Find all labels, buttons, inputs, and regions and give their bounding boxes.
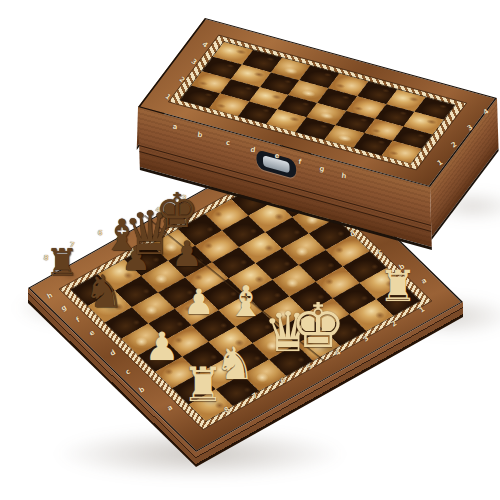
piece-white-rook-a1[interactable]: ♜ bbox=[379, 265, 418, 308]
coord-label-h: h bbox=[341, 172, 347, 180]
piece-white-king-a4[interactable]: ♚ bbox=[290, 295, 346, 357]
piece-white-pawn-d6[interactable]: ♟ bbox=[183, 285, 214, 320]
coord-label-a: a bbox=[172, 123, 178, 131]
piece-white-pawn-c8[interactable]: ♟ bbox=[145, 327, 180, 366]
coord-label-e: e bbox=[274, 152, 280, 160]
piece-black-king-h4[interactable]: ♚ bbox=[155, 186, 198, 234]
piece-white-knight-b7[interactable]: ♞ bbox=[215, 341, 255, 386]
chess-set-photo: 8765432112345678abcdefghabcdefgh1234abcd… bbox=[0, 0, 500, 500]
coord-label-c: c bbox=[226, 139, 231, 147]
piece-white-bishop-c5[interactable]: ♝ bbox=[227, 281, 265, 323]
coord-label-g: g bbox=[319, 165, 325, 173]
piece-black-knight-f8[interactable]: ♞ bbox=[84, 269, 124, 314]
coord-label-b: b bbox=[197, 131, 203, 139]
piece-black-rook-h8[interactable]: ♜ bbox=[45, 244, 78, 281]
piece-black-pawn-f5[interactable]: ♟ bbox=[171, 237, 202, 272]
coord-label-d: d bbox=[250, 146, 256, 154]
